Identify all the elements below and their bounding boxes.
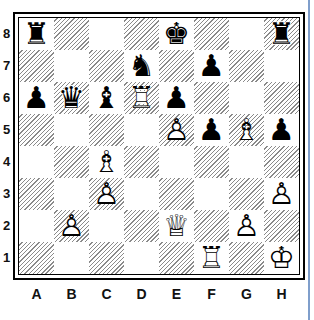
square-a6: ♟ <box>19 82 54 114</box>
white-king-h1: ♚♔ <box>264 242 299 274</box>
square-e2: ♛♕ <box>159 210 194 242</box>
chess-board-inner-frame: ♜♚♜♞♟♟♛♝♜♖♟♟♙♟♝♗♟♝♗♟♙♟♙♟♙♛♕♟♙♜♖♚♔ <box>18 17 300 275</box>
white-rook-f1: ♜♖ <box>194 242 229 274</box>
square-h1: ♚♔ <box>264 242 299 274</box>
rank-label-2: 2 <box>0 210 13 242</box>
square-h5: ♟ <box>264 114 299 146</box>
white-pawn-c3: ♟♙ <box>89 178 124 210</box>
white-pawn-outline: ♙ <box>229 209 264 243</box>
white-pawn-outline: ♙ <box>159 113 194 147</box>
square-h6 <box>264 82 299 114</box>
square-a4 <box>19 146 54 178</box>
file-label-d: D <box>124 283 159 305</box>
white-bishop-g5: ♝♗ <box>229 114 264 146</box>
square-e3 <box>159 178 194 210</box>
square-a3 <box>19 178 54 210</box>
white-queen-e2: ♛♕ <box>159 210 194 242</box>
square-e7 <box>159 50 194 82</box>
rank-label-4: 4 <box>0 146 13 178</box>
black-pawn-e6: ♟ <box>159 82 194 114</box>
white-bishop-outline: ♗ <box>89 145 124 179</box>
white-bishop-outline: ♗ <box>229 113 264 147</box>
square-a7 <box>19 50 54 82</box>
square-g4 <box>229 146 264 178</box>
black-king-e8: ♚ <box>159 18 194 50</box>
square-b8 <box>54 18 89 50</box>
rank-label-6: 6 <box>0 82 13 114</box>
square-d8 <box>124 18 159 50</box>
white-pawn-g2: ♟♙ <box>229 210 264 242</box>
square-e8: ♚ <box>159 18 194 50</box>
square-c2 <box>89 210 124 242</box>
square-d6: ♜♖ <box>124 82 159 114</box>
white-pawn-h3: ♟♙ <box>264 178 299 210</box>
square-g2: ♟♙ <box>229 210 264 242</box>
square-g6 <box>229 82 264 114</box>
square-d5 <box>124 114 159 146</box>
square-b7 <box>54 50 89 82</box>
black-bishop-glyph: ♝ <box>89 81 124 115</box>
file-labels: ABCDEFGH <box>19 283 299 305</box>
rank-label-5: 5 <box>0 114 13 146</box>
white-pawn-e5: ♟♙ <box>159 114 194 146</box>
white-pawn-outline: ♙ <box>89 177 124 211</box>
black-knight-glyph: ♞ <box>124 49 159 83</box>
square-h2 <box>264 210 299 242</box>
black-queen-b6: ♛ <box>54 82 89 114</box>
square-e5: ♟♙ <box>159 114 194 146</box>
square-c5 <box>89 114 124 146</box>
rank-label-7: 7 <box>0 50 13 82</box>
square-a8: ♜ <box>19 18 54 50</box>
black-pawn-glyph: ♟ <box>19 81 54 115</box>
white-pawn-outline: ♙ <box>264 177 299 211</box>
square-b5 <box>54 114 89 146</box>
square-f4 <box>194 146 229 178</box>
square-f2 <box>194 210 229 242</box>
square-e4 <box>159 146 194 178</box>
rank-labels: 87654321 <box>0 18 13 274</box>
black-pawn-glyph: ♟ <box>194 113 229 147</box>
white-bishop-fill: ♝ <box>89 145 124 179</box>
black-pawn-f5: ♟ <box>194 114 229 146</box>
square-c1 <box>89 242 124 274</box>
black-knight-d7: ♞ <box>124 50 159 82</box>
square-d3 <box>124 178 159 210</box>
black-rook-glyph: ♜ <box>264 17 299 51</box>
file-label-g: G <box>229 283 264 305</box>
black-rook-glyph: ♜ <box>19 17 54 51</box>
square-f8 <box>194 18 229 50</box>
black-queen-glyph: ♛ <box>54 81 89 115</box>
white-rook-fill: ♜ <box>194 241 229 275</box>
white-queen-outline: ♕ <box>159 209 194 243</box>
file-label-b: B <box>54 283 89 305</box>
square-c3: ♟♙ <box>89 178 124 210</box>
black-rook-h8: ♜ <box>264 18 299 50</box>
black-pawn-glyph: ♟ <box>264 113 299 147</box>
black-rook-a8: ♜ <box>19 18 54 50</box>
white-rook-outline: ♖ <box>194 241 229 275</box>
square-e1 <box>159 242 194 274</box>
black-pawn-glyph: ♟ <box>159 81 194 115</box>
square-g5: ♝♗ <box>229 114 264 146</box>
white-bishop-fill: ♝ <box>229 113 264 147</box>
black-pawn-f7: ♟ <box>194 50 229 82</box>
square-c6: ♝ <box>89 82 124 114</box>
file-label-a: A <box>19 283 54 305</box>
black-pawn-a6: ♟ <box>19 82 54 114</box>
chess-board: ♜♚♜♞♟♟♛♝♜♖♟♟♙♟♝♗♟♝♗♟♙♟♙♟♙♛♕♟♙♜♖♚♔ <box>19 18 299 274</box>
square-g8 <box>229 18 264 50</box>
black-pawn-glyph: ♟ <box>194 49 229 83</box>
white-pawn-fill: ♟ <box>54 209 89 243</box>
black-king-glyph: ♚ <box>159 17 194 51</box>
square-f6 <box>194 82 229 114</box>
white-king-fill: ♚ <box>264 241 299 275</box>
square-a2 <box>19 210 54 242</box>
square-g7 <box>229 50 264 82</box>
white-rook-d6: ♜♖ <box>124 82 159 114</box>
square-b4 <box>54 146 89 178</box>
rank-label-8: 8 <box>0 18 13 50</box>
square-c8 <box>89 18 124 50</box>
white-queen-fill: ♛ <box>159 209 194 243</box>
page-edge-line <box>308 0 310 320</box>
file-label-h: H <box>264 283 299 305</box>
square-h4 <box>264 146 299 178</box>
square-f5: ♟ <box>194 114 229 146</box>
black-pawn-h5: ♟ <box>264 114 299 146</box>
square-d4 <box>124 146 159 178</box>
white-bishop-c4: ♝♗ <box>89 146 124 178</box>
rank-label-1: 1 <box>0 242 13 274</box>
square-f1: ♜♖ <box>194 242 229 274</box>
square-a1 <box>19 242 54 274</box>
square-h8: ♜ <box>264 18 299 50</box>
white-pawn-fill: ♟ <box>159 113 194 147</box>
square-b1 <box>54 242 89 274</box>
square-d7: ♞ <box>124 50 159 82</box>
square-b3 <box>54 178 89 210</box>
square-f3 <box>194 178 229 210</box>
white-pawn-fill: ♟ <box>89 177 124 211</box>
square-c7 <box>89 50 124 82</box>
rank-label-3: 3 <box>0 178 13 210</box>
white-pawn-fill: ♟ <box>229 209 264 243</box>
white-pawn-outline: ♙ <box>54 209 89 243</box>
white-rook-fill: ♜ <box>124 81 159 115</box>
square-h3: ♟♙ <box>264 178 299 210</box>
square-e6: ♟ <box>159 82 194 114</box>
square-d2 <box>124 210 159 242</box>
square-f7: ♟ <box>194 50 229 82</box>
square-d1 <box>124 242 159 274</box>
white-king-outline: ♔ <box>264 241 299 275</box>
chess-board-frame: ♜♚♜♞♟♟♛♝♜♖♟♟♙♟♝♗♟♝♗♟♙♟♙♟♙♛♕♟♙♜♖♚♔ <box>13 12 305 280</box>
square-a5 <box>19 114 54 146</box>
square-h7 <box>264 50 299 82</box>
square-c4: ♝♗ <box>89 146 124 178</box>
white-pawn-fill: ♟ <box>264 177 299 211</box>
chess-diagram-page: 87654321 ♜♚♜♞♟♟♛♝♜♖♟♟♙♟♝♗♟♝♗♟♙♟♙♟♙♛♕♟♙♜♖… <box>0 0 314 320</box>
file-label-e: E <box>159 283 194 305</box>
square-g1 <box>229 242 264 274</box>
black-bishop-c6: ♝ <box>89 82 124 114</box>
file-label-f: F <box>194 283 229 305</box>
file-label-c: C <box>89 283 124 305</box>
white-rook-outline: ♖ <box>124 81 159 115</box>
square-g3 <box>229 178 264 210</box>
square-b2: ♟♙ <box>54 210 89 242</box>
square-b6: ♛ <box>54 82 89 114</box>
white-pawn-b2: ♟♙ <box>54 210 89 242</box>
